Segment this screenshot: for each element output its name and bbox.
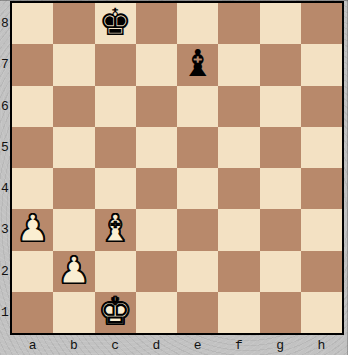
- square-c3[interactable]: ♝: [95, 209, 136, 250]
- square-e2[interactable]: [177, 251, 218, 292]
- square-f4[interactable]: [218, 168, 259, 209]
- square-g6[interactable]: [260, 86, 301, 127]
- file-labels: abcdefgh: [12, 335, 342, 355]
- black-bishop[interactable]: ♝: [181, 43, 214, 84]
- chess-board: ♚♝♟♝♟♚: [12, 3, 342, 333]
- square-b7[interactable]: [53, 44, 94, 85]
- square-a4[interactable]: [12, 168, 53, 209]
- file-label-c: c: [95, 335, 136, 355]
- rank-label-3: 3: [0, 209, 10, 250]
- rank-label-1: 1: [0, 292, 10, 333]
- square-c1[interactable]: ♚: [95, 292, 136, 333]
- square-g1[interactable]: [260, 292, 301, 333]
- square-g4[interactable]: [260, 168, 301, 209]
- square-f8[interactable]: [218, 3, 259, 44]
- square-e1[interactable]: [177, 292, 218, 333]
- square-g8[interactable]: [260, 3, 301, 44]
- file-label-a: a: [12, 335, 53, 355]
- square-f7[interactable]: [218, 44, 259, 85]
- square-e4[interactable]: [177, 168, 218, 209]
- file-label-b: b: [53, 335, 94, 355]
- square-h1[interactable]: [301, 292, 342, 333]
- square-f1[interactable]: [218, 292, 259, 333]
- square-g2[interactable]: [260, 251, 301, 292]
- square-b6[interactable]: [53, 86, 94, 127]
- square-c7[interactable]: [95, 44, 136, 85]
- square-e7[interactable]: ♝: [177, 44, 218, 85]
- square-b4[interactable]: [53, 168, 94, 209]
- square-h8[interactable]: [301, 3, 342, 44]
- square-a8[interactable]: [12, 3, 53, 44]
- square-f6[interactable]: [218, 86, 259, 127]
- square-b5[interactable]: [53, 127, 94, 168]
- square-c8[interactable]: ♚: [95, 3, 136, 44]
- rank-label-6: 6: [0, 86, 10, 127]
- square-a3[interactable]: ♟: [12, 209, 53, 250]
- square-e8[interactable]: [177, 3, 218, 44]
- board-frame: ♚♝♟♝♟♚: [10, 1, 344, 335]
- square-f3[interactable]: [218, 209, 259, 250]
- square-b8[interactable]: [53, 3, 94, 44]
- rank-label-2: 2: [0, 251, 10, 292]
- square-h3[interactable]: [301, 209, 342, 250]
- square-e6[interactable]: [177, 86, 218, 127]
- file-label-h: h: [301, 335, 342, 355]
- rank-label-8: 8: [0, 3, 10, 44]
- file-label-d: d: [136, 335, 177, 355]
- square-d5[interactable]: [136, 127, 177, 168]
- file-label-e: e: [177, 335, 218, 355]
- file-label-f: f: [218, 335, 259, 355]
- square-e3[interactable]: [177, 209, 218, 250]
- square-d7[interactable]: [136, 44, 177, 85]
- rank-label-4: 4: [0, 168, 10, 209]
- square-d3[interactable]: [136, 209, 177, 250]
- square-f2[interactable]: [218, 251, 259, 292]
- square-a1[interactable]: [12, 292, 53, 333]
- square-c2[interactable]: [95, 251, 136, 292]
- square-h6[interactable]: [301, 86, 342, 127]
- white-pawn[interactable]: ♟: [57, 250, 90, 291]
- square-b2[interactable]: ♟: [53, 251, 94, 292]
- rank-label-5: 5: [0, 127, 10, 168]
- square-h2[interactable]: [301, 251, 342, 292]
- square-c5[interactable]: [95, 127, 136, 168]
- square-f5[interactable]: [218, 127, 259, 168]
- white-king[interactable]: ♚: [99, 291, 132, 332]
- rank-labels: 87654321: [0, 3, 10, 333]
- square-a2[interactable]: [12, 251, 53, 292]
- square-a7[interactable]: [12, 44, 53, 85]
- square-g3[interactable]: [260, 209, 301, 250]
- square-a5[interactable]: [12, 127, 53, 168]
- square-b1[interactable]: [53, 292, 94, 333]
- square-e5[interactable]: [177, 127, 218, 168]
- square-d6[interactable]: [136, 86, 177, 127]
- square-d4[interactable]: [136, 168, 177, 209]
- square-c4[interactable]: [95, 168, 136, 209]
- square-g7[interactable]: [260, 44, 301, 85]
- white-pawn[interactable]: ♟: [16, 208, 49, 249]
- square-h5[interactable]: [301, 127, 342, 168]
- square-d2[interactable]: [136, 251, 177, 292]
- square-a6[interactable]: [12, 86, 53, 127]
- square-h7[interactable]: [301, 44, 342, 85]
- square-d1[interactable]: [136, 292, 177, 333]
- square-h4[interactable]: [301, 168, 342, 209]
- white-bishop[interactable]: ♝: [99, 208, 132, 249]
- chess-app-window: 87654321 ♚♝♟♝♟♚ abcdefgh: [0, 0, 348, 355]
- black-king[interactable]: ♚: [99, 2, 132, 43]
- file-label-g: g: [260, 335, 301, 355]
- rank-label-7: 7: [0, 44, 10, 85]
- square-b3[interactable]: [53, 209, 94, 250]
- square-d8[interactable]: [136, 3, 177, 44]
- square-g5[interactable]: [260, 127, 301, 168]
- square-c6[interactable]: [95, 86, 136, 127]
